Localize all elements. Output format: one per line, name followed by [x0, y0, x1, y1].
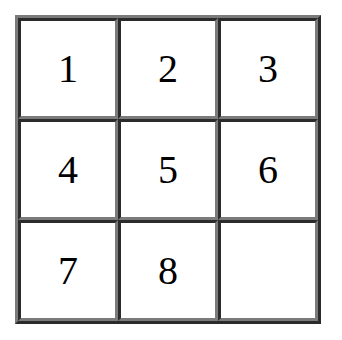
tile-4[interactable]: 4 — [18, 119, 118, 220]
tile-3[interactable]: 3 — [218, 18, 318, 119]
tile-1[interactable]: 1 — [18, 18, 118, 119]
tile-8[interactable]: 8 — [118, 220, 218, 321]
board-row-2: 7 8 — [18, 220, 318, 321]
tile-5[interactable]: 5 — [118, 119, 218, 220]
empty-cell — [218, 220, 318, 321]
puzzle-board: 1 2 3 4 5 6 7 8 — [15, 15, 321, 324]
tile-6[interactable]: 6 — [218, 119, 318, 220]
tile-7[interactable]: 7 — [18, 220, 118, 321]
puzzle-board-body: 1 2 3 4 5 6 7 8 — [18, 18, 318, 321]
tile-2[interactable]: 2 — [118, 18, 218, 119]
board-row-0: 1 2 3 — [18, 18, 318, 119]
board-row-1: 4 5 6 — [18, 119, 318, 220]
